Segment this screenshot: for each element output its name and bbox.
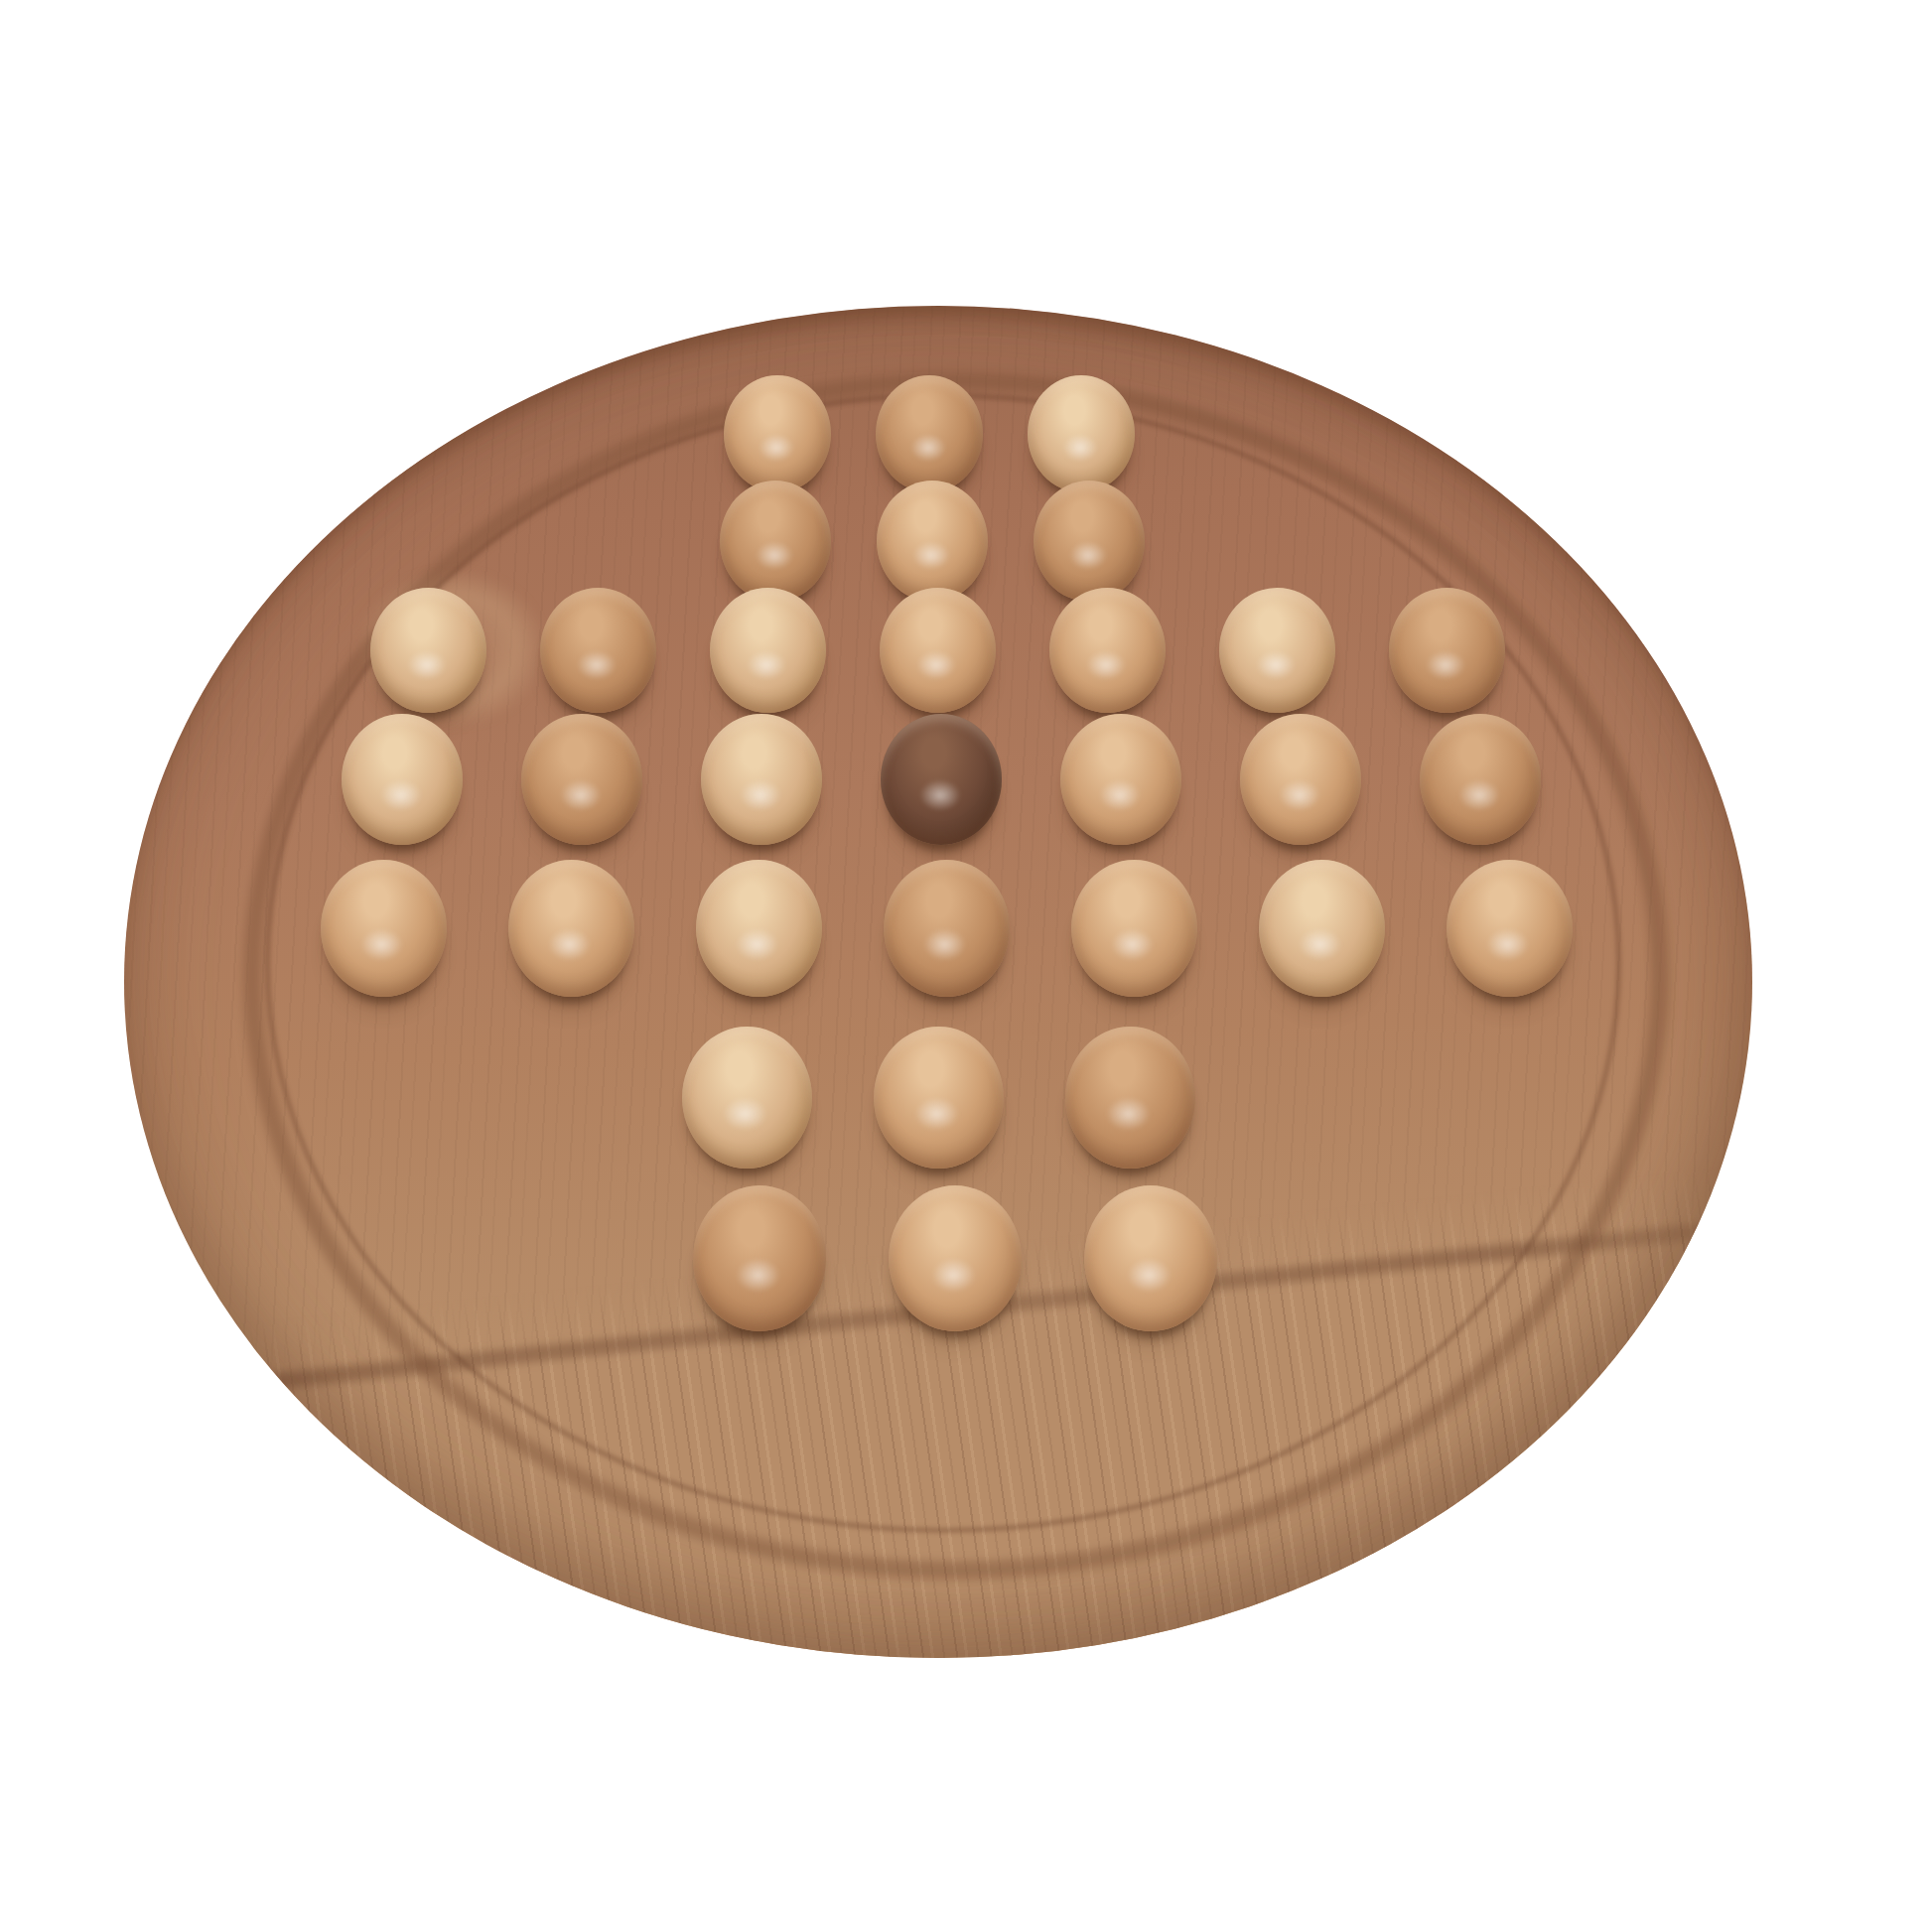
marble-a3[interactable] (370, 588, 486, 713)
marble-b5[interactable] (508, 860, 634, 997)
marble-d7[interactable] (889, 1185, 1022, 1331)
marble-b4[interactable] (521, 714, 642, 845)
marble-f4[interactable] (1240, 714, 1361, 845)
marble-c5[interactable] (696, 860, 822, 997)
marble-e3[interactable] (1049, 588, 1166, 713)
solitaire-board (124, 306, 1752, 1658)
marble-f5[interactable] (1259, 860, 1385, 997)
marble-d3[interactable] (880, 588, 996, 713)
marble-e4[interactable] (1060, 714, 1181, 845)
marble-c3[interactable] (710, 588, 826, 713)
marble-g3[interactable] (1389, 588, 1505, 713)
marble-e7[interactable] (1084, 1185, 1217, 1331)
product-photo (0, 0, 1932, 1932)
marble-e1[interactable] (1028, 375, 1135, 492)
marble-e6[interactable] (1065, 1027, 1195, 1169)
marble-c1[interactable] (724, 375, 831, 492)
marble-c6[interactable] (682, 1027, 812, 1169)
dark-marble-d4[interactable] (881, 714, 1002, 845)
marble-d6[interactable] (874, 1027, 1004, 1169)
marble-f3[interactable] (1219, 588, 1335, 713)
marble-a4[interactable] (342, 714, 463, 845)
marble-c4[interactable] (701, 714, 822, 845)
marble-d5[interactable] (884, 860, 1010, 997)
marble-d1[interactable] (876, 375, 983, 492)
marble-e2[interactable] (1034, 481, 1145, 602)
marble-c2[interactable] (720, 481, 831, 602)
marble-g5[interactable] (1447, 860, 1573, 997)
marble-d2[interactable] (877, 481, 988, 602)
marble-c7[interactable] (693, 1185, 826, 1331)
marble-g4[interactable] (1420, 714, 1541, 845)
marble-a5[interactable] (321, 860, 447, 997)
marble-e5[interactable] (1071, 860, 1197, 997)
marble-b3[interactable] (540, 588, 656, 713)
